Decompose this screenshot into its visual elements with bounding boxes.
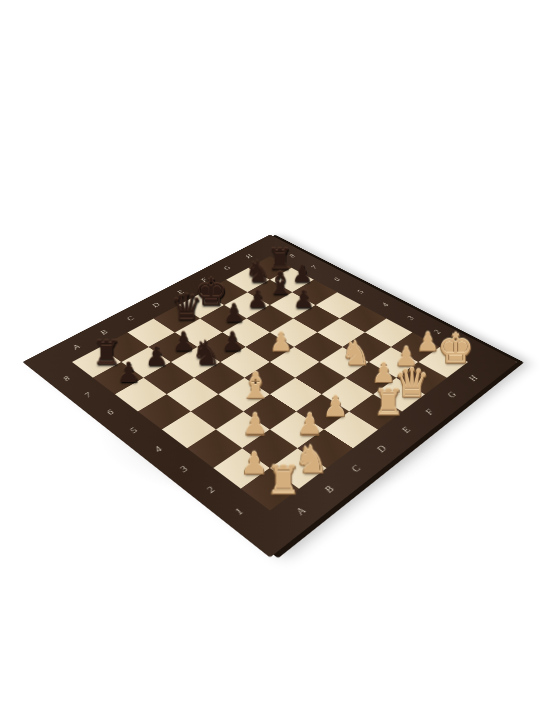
square-c4[interactable]: ♝ [218,378,270,412]
coordinate-label-D: D [137,295,174,316]
coordinate-label-6: 6 [319,270,354,289]
black-queen[interactable]: ♛ [170,290,202,326]
coordinate-label-G: G [432,381,471,407]
black-king[interactable]: ♚ [193,274,227,312]
black-pawn[interactable]: ♟ [116,359,140,386]
square-f7[interactable]: ♟ [224,292,270,318]
white-rook[interactable]: ♜ [265,460,300,499]
coordinate-label-F: F [186,270,221,289]
black-pawn[interactable]: ♟ [222,301,244,326]
coordinate-label-4: 4 [367,294,404,315]
square-g5[interactable] [293,305,340,332]
black-pawn[interactable]: ♟ [220,329,243,355]
square-c6[interactable]: ♞ [171,347,220,378]
board-scene: ABCDEFGH ABCDEFGH 87654321 87654321 ♜♛♚♞… [0,0,540,720]
square-e5[interactable]: ♟ [246,332,294,362]
square-h8[interactable]: ♜ [248,256,291,279]
white-pawn[interactable]: ♟ [240,448,267,478]
white-pawn[interactable]: ♟ [242,410,268,439]
square-h6[interactable] [292,280,337,305]
square-a8[interactable]: ♜ [72,347,121,378]
square-e6[interactable] [223,318,270,346]
square-e8[interactable]: ♚ [179,292,225,318]
coordinate-label-G: G [209,259,243,277]
square-d8[interactable]: ♛ [154,305,201,332]
square-g6[interactable]: ♟ [270,292,316,318]
coordinate-label-A: A [56,335,96,358]
coordinate-label-H: H [232,247,265,265]
black-pawn[interactable]: ♟ [246,288,268,312]
square-f6[interactable] [247,305,294,332]
black-knight[interactable]: ♞ [191,337,221,370]
white-pawn[interactable]: ♟ [296,410,322,439]
white-rook[interactable]: ♜ [372,385,404,421]
coordinate-label-3: 3 [392,307,430,328]
square-f4[interactable] [294,332,342,362]
white-pawn[interactable]: ♟ [322,392,347,420]
square-e4[interactable] [270,347,319,378]
white-pawn[interactable]: ♟ [416,329,439,355]
black-knight[interactable]: ♞ [244,257,270,287]
coordinate-label-8: 8 [275,247,308,265]
square-h7[interactable]: ♟ [270,268,314,292]
product-photo-page: ABCDEFGH ABCDEFGH 87654321 87654321 ♜♛♚♞… [0,0,540,720]
square-h4[interactable] [340,305,387,332]
black-rook[interactable]: ♜ [266,245,292,274]
square-f5[interactable] [270,318,317,346]
square-e7[interactable]: ♟ [200,305,247,332]
coordinate-label-E: E [162,282,198,302]
square-g8[interactable]: ♞ [226,268,270,292]
coordinate-label-5: 5 [343,282,379,302]
square-h5[interactable] [316,292,362,318]
white-king[interactable]: ♚ [437,329,474,370]
coordinate-label-7: 7 [297,258,331,276]
square-g7[interactable]: ♝ [248,280,293,305]
black-bishop[interactable]: ♝ [266,268,294,299]
square-b4[interactable] [191,394,244,429]
square-e1[interactable]: ♜ [349,394,402,429]
white-bishop[interactable]: ♝ [239,367,271,403]
white-knight[interactable]: ♞ [341,337,371,370]
black-pawn[interactable]: ♟ [144,344,168,370]
board-grid: ♜♛♚♞♜♟♟♟♟♟♝♟♞♟♟♟♝♟♞♟♟♟♟♟♟♜♞♜♛♚ [72,256,468,510]
black-pawn[interactable]: ♟ [292,288,314,312]
coordinate-label-8: 8 [48,366,86,391]
square-f8[interactable] [203,280,248,305]
black-pawn[interactable]: ♟ [291,263,312,286]
white-pawn[interactable]: ♟ [269,329,292,355]
chessboard: ABCDEFGH ABCDEFGH 87654321 87654321 ♜♛♚♞… [23,235,518,558]
coordinate-label-C: C [111,308,149,329]
